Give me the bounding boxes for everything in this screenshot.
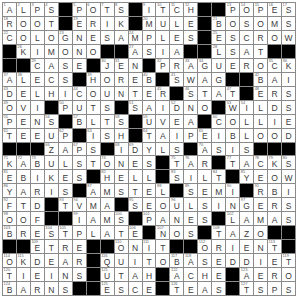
grid-cell-r17c18[interactable]: Z bbox=[240, 226, 253, 239]
grid-cell-r9c18[interactable]: L bbox=[240, 115, 253, 128]
grid-cell-r20c2[interactable]: I bbox=[17, 268, 30, 281]
grid-cell-r9c17[interactable]: O bbox=[226, 115, 239, 128]
grid-cell-r9c8[interactable]: T bbox=[101, 115, 114, 128]
grid-cell-r4c19[interactable]: T bbox=[254, 45, 267, 58]
grid-cell-r20c9[interactable]: T bbox=[115, 268, 128, 281]
grid-cell-r13c11[interactable]: L bbox=[143, 170, 156, 183]
grid-cell-r8c5[interactable]: 50P bbox=[59, 101, 72, 114]
grid-cell-r20c13[interactable]: 122A bbox=[170, 268, 183, 281]
grid-cell-r15c20[interactable]: R bbox=[268, 198, 281, 211]
grid-cell-r19c15[interactable]: S bbox=[198, 254, 211, 267]
grid-cell-r6c7[interactable]: 39H bbox=[87, 73, 100, 86]
grid-cell-r5c8[interactable]: 30J bbox=[101, 59, 114, 72]
grid-cell-r13c13[interactable]: 83S bbox=[170, 170, 183, 183]
grid-cell-r16c9[interactable]: 100S bbox=[115, 212, 128, 225]
grid-cell-r8c8[interactable]: S bbox=[101, 101, 114, 114]
grid-cell-r21c2[interactable]: A bbox=[17, 282, 30, 295]
grid-cell-r20c4[interactable]: I bbox=[45, 268, 58, 281]
grid-cell-r19c18[interactable]: D bbox=[240, 254, 253, 267]
grid-cell-r13c19[interactable]: E bbox=[254, 170, 267, 183]
grid-cell-r20c8[interactable]: 121U bbox=[101, 268, 114, 281]
grid-cell-r6c14[interactable]: W bbox=[184, 73, 197, 86]
grid-cell-r7c10[interactable]: T bbox=[129, 87, 142, 100]
grid-cell-r4c18[interactable]: A bbox=[240, 45, 253, 58]
grid-cell-r12c19[interactable]: 78C bbox=[254, 156, 267, 169]
grid-cell-r2c14[interactable]: E bbox=[184, 17, 197, 30]
grid-cell-r7c15[interactable]: T bbox=[198, 87, 211, 100]
grid-cell-r11c5[interactable]: A bbox=[59, 143, 72, 156]
grid-cell-r11c6[interactable]: 67P bbox=[73, 143, 86, 156]
grid-cell-r10c3[interactable]: E bbox=[31, 129, 44, 142]
grid-cell-r16c2[interactable]: O bbox=[17, 212, 30, 225]
grid-cell-r2c21[interactable]: S bbox=[282, 17, 295, 30]
grid-cell-r5c5[interactable]: S bbox=[59, 59, 72, 72]
grid-cell-r19c1[interactable]: 114O bbox=[3, 254, 16, 267]
grid-cell-r9c21[interactable]: E bbox=[282, 115, 295, 128]
grid-cell-r5c3[interactable]: 29C bbox=[31, 59, 44, 72]
grid-cell-r9c16[interactable]: 60C bbox=[212, 115, 225, 128]
grid-cell-r1c3[interactable]: 3P bbox=[31, 3, 44, 16]
grid-cell-r11c12[interactable]: L bbox=[156, 143, 169, 156]
grid-cell-r9c6[interactable]: 57B bbox=[73, 115, 86, 128]
grid-cell-r15c17[interactable]: N bbox=[226, 198, 239, 211]
grid-cell-r11c7[interactable]: S bbox=[87, 143, 100, 156]
grid-cell-r6c19[interactable]: 42B bbox=[254, 73, 267, 86]
grid-cell-r2c7[interactable]: R bbox=[87, 17, 100, 30]
grid-cell-r3c8[interactable]: S bbox=[101, 31, 114, 44]
grid-cell-r18c3[interactable]: 109E bbox=[31, 240, 44, 253]
grid-cell-r11c9[interactable]: 68I bbox=[115, 143, 128, 156]
grid-cell-r17c12[interactable]: 107N bbox=[156, 226, 169, 239]
grid-cell-r5c6[interactable]: E bbox=[73, 59, 86, 72]
grid-cell-r1c1[interactable]: 1A bbox=[3, 3, 16, 16]
grid-cell-r14c10[interactable]: T bbox=[129, 184, 142, 197]
grid-cell-r12c14[interactable]: 76A bbox=[184, 156, 197, 169]
grid-cell-r20c19[interactable]: E bbox=[254, 268, 267, 281]
grid-cell-r17c6[interactable]: P bbox=[73, 226, 86, 239]
grid-cell-r3c14[interactable]: S bbox=[184, 31, 197, 44]
grid-cell-r6c10[interactable]: E bbox=[129, 73, 142, 86]
grid-cell-r18c20[interactable]: 113T bbox=[268, 240, 281, 253]
grid-cell-r15c1[interactable]: 92F bbox=[3, 198, 16, 211]
grid-cell-r16c7[interactable]: A bbox=[87, 212, 100, 225]
grid-cell-r13c16[interactable]: 84T bbox=[212, 170, 225, 183]
grid-cell-r2c4[interactable]: T bbox=[45, 17, 58, 30]
grid-cell-r21c20[interactable]: P bbox=[268, 282, 281, 295]
grid-cell-r8c19[interactable]: L bbox=[254, 101, 267, 114]
grid-cell-r7c11[interactable]: E bbox=[143, 87, 156, 100]
grid-cell-r7c9[interactable]: N bbox=[115, 87, 128, 100]
grid-cell-r20c1[interactable]: 120T bbox=[3, 268, 16, 281]
grid-cell-r1c6[interactable]: 5P bbox=[73, 3, 86, 16]
grid-cell-r19c6[interactable]: R bbox=[73, 254, 86, 267]
grid-cell-r6c13[interactable]: 41S bbox=[170, 73, 183, 86]
grid-cell-r19c17[interactable]: D bbox=[226, 254, 239, 267]
grid-cell-r21c18[interactable]: 127T bbox=[240, 282, 253, 295]
grid-cell-r12c21[interactable]: 80S bbox=[282, 156, 295, 169]
grid-cell-r11c18[interactable]: S bbox=[240, 143, 253, 156]
grid-cell-r21c9[interactable]: S bbox=[115, 282, 128, 295]
grid-cell-r18c5[interactable]: R bbox=[59, 240, 72, 253]
grid-cell-r15c12[interactable]: O bbox=[156, 198, 169, 211]
grid-cell-r19c13[interactable]: 117B bbox=[170, 254, 183, 267]
grid-cell-r2c13[interactable]: L bbox=[170, 17, 183, 30]
grid-cell-r3c12[interactable]: L bbox=[156, 31, 169, 44]
grid-cell-r7c1[interactable]: 43D bbox=[3, 87, 16, 100]
grid-cell-r8c7[interactable]: T bbox=[87, 101, 100, 114]
grid-cell-r15c11[interactable]: E bbox=[143, 198, 156, 211]
grid-cell-r10c9[interactable]: H bbox=[115, 129, 128, 142]
grid-cell-r7c16[interactable]: A bbox=[212, 87, 225, 100]
grid-cell-r2c8[interactable]: I bbox=[101, 17, 114, 30]
grid-cell-r17c16[interactable]: 108T bbox=[212, 226, 225, 239]
grid-cell-r14c7[interactable]: 87A bbox=[87, 184, 100, 197]
grid-cell-r10c7[interactable]: 63I bbox=[87, 129, 100, 142]
grid-cell-r1c9[interactable]: 8S bbox=[115, 3, 128, 16]
grid-cell-r9c19[interactable]: L bbox=[254, 115, 267, 128]
grid-cell-r3c11[interactable]: P bbox=[143, 31, 156, 44]
grid-cell-r3c18[interactable]: C bbox=[240, 31, 253, 44]
grid-cell-r2c11[interactable]: 20M bbox=[143, 17, 156, 30]
grid-cell-r13c6[interactable]: S bbox=[73, 170, 86, 183]
grid-cell-r20c21[interactable]: O bbox=[282, 268, 295, 281]
grid-cell-r18c10[interactable]: N bbox=[129, 240, 142, 253]
grid-cell-r15c6[interactable]: 94V bbox=[73, 198, 86, 211]
grid-cell-r1c13[interactable]: 11C bbox=[170, 3, 183, 16]
grid-cell-r8c17[interactable]: 53W bbox=[226, 101, 239, 114]
grid-cell-r5c12[interactable]: 32P bbox=[156, 59, 169, 72]
grid-cell-r4c5[interactable]: O bbox=[59, 45, 72, 58]
grid-cell-r8c3[interactable]: I bbox=[31, 101, 44, 114]
grid-cell-r20c10[interactable]: A bbox=[129, 268, 142, 281]
grid-cell-r14c2[interactable]: A bbox=[17, 184, 30, 197]
grid-cell-r16c15[interactable]: S bbox=[198, 212, 211, 225]
grid-cell-r19c5[interactable]: A bbox=[59, 254, 72, 267]
grid-cell-r9c2[interactable]: E bbox=[17, 115, 30, 128]
grid-cell-r15c14[interactable]: L bbox=[184, 198, 197, 211]
grid-cell-r17c3[interactable]: E bbox=[31, 226, 44, 239]
grid-cell-r13c4[interactable]: K bbox=[45, 170, 58, 183]
grid-cell-r12c18[interactable]: A bbox=[240, 156, 253, 169]
grid-cell-r17c10[interactable]: 106E bbox=[129, 226, 142, 239]
grid-cell-r9c20[interactable]: I bbox=[268, 115, 281, 128]
grid-cell-r5c16[interactable]: U bbox=[212, 59, 225, 72]
grid-cell-r7c4[interactable]: H bbox=[45, 87, 58, 100]
grid-cell-r8c6[interactable]: U bbox=[73, 101, 86, 114]
grid-cell-r20c15[interactable]: H bbox=[198, 268, 211, 281]
grid-cell-r10c20[interactable]: O bbox=[268, 129, 281, 142]
grid-cell-r21c16[interactable]: S bbox=[212, 282, 225, 295]
grid-cell-r4c13[interactable]: A bbox=[170, 45, 183, 58]
grid-cell-r21c8[interactable]: 125E bbox=[101, 282, 114, 295]
grid-cell-r6c9[interactable]: R bbox=[115, 73, 128, 86]
grid-cell-r21c1[interactable]: 124B bbox=[3, 282, 16, 295]
grid-cell-r16c11[interactable]: 101P bbox=[143, 212, 156, 225]
grid-cell-r3c19[interactable]: R bbox=[254, 31, 267, 44]
grid-cell-r21c10[interactable]: C bbox=[129, 282, 142, 295]
grid-cell-r9c13[interactable]: E bbox=[170, 115, 183, 128]
grid-cell-r12c11[interactable]: S bbox=[143, 156, 156, 169]
grid-cell-r17c7[interactable]: L bbox=[87, 226, 100, 239]
grid-cell-r21c4[interactable]: N bbox=[45, 282, 58, 295]
grid-cell-r17c8[interactable]: A bbox=[101, 226, 114, 239]
grid-cell-r12c17[interactable]: 77T bbox=[226, 156, 239, 169]
grid-cell-r10c16[interactable]: I bbox=[212, 129, 225, 142]
grid-cell-r3c6[interactable]: N bbox=[73, 31, 86, 44]
grid-cell-r1c21[interactable]: 17S bbox=[282, 3, 295, 16]
grid-cell-r19c4[interactable]: E bbox=[45, 254, 58, 267]
grid-cell-r4c12[interactable]: I bbox=[156, 45, 169, 58]
grid-cell-r10c1[interactable]: 61T bbox=[3, 129, 16, 142]
grid-cell-r14c20[interactable]: B bbox=[268, 184, 281, 197]
grid-cell-r15c16[interactable]: I bbox=[212, 198, 225, 211]
grid-cell-r8c13[interactable]: 52D bbox=[170, 101, 183, 114]
grid-cell-r16c19[interactable]: M bbox=[254, 212, 267, 225]
grid-cell-r16c13[interactable]: N bbox=[170, 212, 183, 225]
grid-cell-r7c19[interactable]: 48E bbox=[254, 87, 267, 100]
grid-cell-r8c12[interactable]: I bbox=[156, 101, 169, 114]
grid-cell-r12c13[interactable]: 75T bbox=[170, 156, 183, 169]
grid-cell-r20c16[interactable]: E bbox=[212, 268, 225, 281]
grid-cell-r13c20[interactable]: O bbox=[268, 170, 281, 183]
grid-cell-r3c16[interactable]: 25E bbox=[212, 31, 225, 44]
grid-cell-r10c11[interactable]: 64T bbox=[143, 129, 156, 142]
grid-cell-r19c21[interactable]: 119T bbox=[282, 254, 295, 267]
grid-cell-r16c1[interactable]: 98O bbox=[3, 212, 16, 225]
grid-cell-r16c20[interactable]: A bbox=[268, 212, 281, 225]
grid-cell-r13c21[interactable]: W bbox=[282, 170, 295, 183]
grid-cell-r10c5[interactable]: 62P bbox=[59, 129, 72, 142]
grid-cell-r10c15[interactable]: 65E bbox=[198, 129, 211, 142]
grid-cell-r3c1[interactable]: 22C bbox=[3, 31, 16, 44]
grid-cell-r19c11[interactable]: T bbox=[143, 254, 156, 267]
grid-cell-r14c17[interactable]: 90I bbox=[226, 184, 239, 197]
grid-cell-r1c7[interactable]: 6O bbox=[87, 3, 100, 16]
grid-cell-r10c18[interactable]: L bbox=[240, 129, 253, 142]
grid-cell-r15c19[interactable]: E bbox=[254, 198, 267, 211]
grid-cell-r6c4[interactable]: C bbox=[45, 73, 58, 86]
grid-cell-r7c5[interactable]: I bbox=[59, 87, 72, 100]
grid-cell-r20c5[interactable]: N bbox=[59, 268, 72, 281]
grid-cell-r14c19[interactable]: 91R bbox=[254, 184, 267, 197]
grid-cell-r21c3[interactable]: R bbox=[31, 282, 44, 295]
grid-cell-r18c11[interactable]: 111I bbox=[143, 240, 156, 253]
grid-cell-r5c15[interactable]: 34G bbox=[198, 59, 211, 72]
grid-cell-r3c5[interactable]: 23G bbox=[59, 31, 72, 44]
grid-cell-r2c20[interactable]: M bbox=[268, 17, 281, 30]
grid-cell-r18c15[interactable]: 112O bbox=[198, 240, 211, 253]
grid-cell-r7c7[interactable]: O bbox=[87, 87, 100, 100]
grid-cell-r16c12[interactable]: A bbox=[156, 212, 169, 225]
grid-cell-r20c20[interactable]: R bbox=[268, 268, 281, 281]
grid-cell-r2c17[interactable]: O bbox=[226, 17, 239, 30]
grid-cell-r4c16[interactable]: 28L bbox=[212, 45, 225, 58]
grid-cell-r2c18[interactable]: S bbox=[240, 17, 253, 30]
grid-cell-r14c9[interactable]: S bbox=[115, 184, 128, 197]
grid-cell-r16c14[interactable]: E bbox=[184, 212, 197, 225]
grid-cell-r7c17[interactable]: 47T bbox=[226, 87, 239, 100]
grid-cell-r12c7[interactable]: T bbox=[87, 156, 100, 169]
grid-cell-r1c18[interactable]: 14O bbox=[240, 3, 253, 16]
grid-cell-r6c15[interactable]: A bbox=[198, 73, 211, 86]
grid-cell-r9c7[interactable]: L bbox=[87, 115, 100, 128]
grid-cell-r15c13[interactable]: 96U bbox=[170, 198, 183, 211]
grid-cell-r21c19[interactable]: S bbox=[254, 282, 267, 295]
grid-cell-r4c7[interactable]: O bbox=[87, 45, 100, 58]
grid-cell-r3c17[interactable]: S bbox=[226, 31, 239, 44]
grid-cell-r11c4[interactable]: 66Z bbox=[45, 143, 58, 156]
grid-cell-r19c14[interactable]: 118A bbox=[184, 254, 197, 267]
grid-cell-r8c10[interactable]: 51S bbox=[129, 101, 142, 114]
grid-cell-r7c21[interactable]: S bbox=[282, 87, 295, 100]
grid-cell-r4c17[interactable]: S bbox=[226, 45, 239, 58]
grid-cell-r1c17[interactable]: 13P bbox=[226, 3, 239, 16]
grid-cell-r13c2[interactable]: B bbox=[17, 170, 30, 183]
grid-cell-r3c3[interactable]: L bbox=[31, 31, 44, 44]
grid-cell-r18c9[interactable]: 110O bbox=[115, 240, 128, 253]
grid-cell-r13c9[interactable]: E bbox=[115, 170, 128, 183]
grid-cell-r10c19[interactable]: O bbox=[254, 129, 267, 142]
grid-cell-r15c8[interactable]: A bbox=[101, 198, 114, 211]
grid-cell-r8c2[interactable]: V bbox=[17, 101, 30, 114]
grid-cell-r12c20[interactable]: 79K bbox=[268, 156, 281, 169]
grid-cell-r11c11[interactable]: Y bbox=[143, 143, 156, 156]
grid-cell-r15c18[interactable]: 97G bbox=[240, 198, 253, 211]
grid-cell-r3c9[interactable]: A bbox=[115, 31, 128, 44]
grid-cell-r8c14[interactable]: N bbox=[184, 101, 197, 114]
grid-cell-r8c15[interactable]: O bbox=[198, 101, 211, 114]
grid-cell-r13c10[interactable]: L bbox=[129, 170, 142, 183]
grid-cell-r5c17[interactable]: E bbox=[226, 59, 239, 72]
grid-cell-r12c15[interactable]: R bbox=[198, 156, 211, 169]
grid-cell-r14c5[interactable]: S bbox=[59, 184, 72, 197]
grid-cell-r6c20[interactable]: A bbox=[268, 73, 281, 86]
grid-cell-r3c4[interactable]: O bbox=[45, 31, 58, 44]
grid-cell-r4c10[interactable]: 27A bbox=[129, 45, 142, 58]
grid-cell-r1c8[interactable]: 7T bbox=[101, 3, 114, 16]
grid-cell-r20c11[interactable]: H bbox=[143, 268, 156, 281]
grid-cell-r2c12[interactable]: U bbox=[156, 17, 169, 30]
grid-cell-r18c19[interactable]: N bbox=[254, 240, 267, 253]
grid-cell-r7c8[interactable]: U bbox=[101, 87, 114, 100]
grid-cell-r12c4[interactable]: U bbox=[45, 156, 58, 169]
grid-cell-r1c2[interactable]: 2L bbox=[17, 3, 30, 16]
grid-cell-r13c5[interactable]: E bbox=[59, 170, 72, 183]
grid-cell-r17c14[interactable]: S bbox=[184, 226, 197, 239]
grid-cell-r10c12[interactable]: A bbox=[156, 129, 169, 142]
grid-cell-r17c17[interactable]: A bbox=[226, 226, 239, 239]
grid-cell-r11c16[interactable]: S bbox=[212, 143, 225, 156]
grid-cell-r1c14[interactable]: 12H bbox=[184, 3, 197, 16]
grid-cell-r16c17[interactable]: 102L bbox=[226, 212, 239, 225]
grid-cell-r17c1[interactable]: 103B bbox=[3, 226, 16, 239]
grid-cell-r5c10[interactable]: N bbox=[129, 59, 142, 72]
grid-cell-r6c5[interactable]: S bbox=[59, 73, 72, 86]
grid-cell-r6c16[interactable]: G bbox=[212, 73, 225, 86]
grid-cell-r21c15[interactable]: A bbox=[198, 282, 211, 295]
grid-cell-r20c3[interactable]: E bbox=[31, 268, 44, 281]
grid-cell-r12c1[interactable]: 71K bbox=[3, 156, 16, 169]
grid-cell-r18c6[interactable]: E bbox=[73, 240, 86, 253]
grid-cell-r10c17[interactable]: B bbox=[226, 129, 239, 142]
grid-cell-r5c20[interactable]: 35C bbox=[268, 59, 281, 72]
grid-cell-r19c10[interactable]: I bbox=[129, 254, 142, 267]
grid-cell-r9c3[interactable]: N bbox=[31, 115, 44, 128]
grid-cell-r17c5[interactable]: 105T bbox=[59, 226, 72, 239]
grid-cell-r13c14[interactable]: I bbox=[184, 170, 197, 183]
grid-cell-r13c15[interactable]: L bbox=[198, 170, 211, 183]
grid-cell-r13c8[interactable]: 82H bbox=[101, 170, 114, 183]
grid-cell-r16c8[interactable]: M bbox=[101, 212, 114, 225]
grid-cell-r18c12[interactable]: T bbox=[156, 240, 169, 253]
grid-cell-r19c8[interactable]: 116Q bbox=[101, 254, 114, 267]
grid-cell-r2c16[interactable]: 21B bbox=[212, 17, 225, 30]
grid-cell-r5c4[interactable]: A bbox=[45, 59, 58, 72]
grid-cell-r12c3[interactable]: 73B bbox=[31, 156, 44, 169]
grid-cell-r19c9[interactable]: U bbox=[115, 254, 128, 267]
grid-cell-r20c6[interactable]: S bbox=[73, 268, 86, 281]
grid-cell-r18c18[interactable]: E bbox=[240, 240, 253, 253]
grid-cell-r6c21[interactable]: I bbox=[282, 73, 295, 86]
grid-cell-r19c12[interactable]: O bbox=[156, 254, 169, 267]
grid-cell-r2c3[interactable]: O bbox=[31, 17, 44, 30]
grid-cell-r3c21[interactable]: W bbox=[282, 31, 295, 44]
grid-cell-r6c2[interactable]: 38L bbox=[17, 73, 30, 86]
grid-cell-r10c4[interactable]: U bbox=[45, 129, 58, 142]
grid-cell-r21c13[interactable]: 126T bbox=[170, 282, 183, 295]
grid-cell-r15c7[interactable]: M bbox=[87, 198, 100, 211]
grid-cell-r3c2[interactable]: O bbox=[17, 31, 30, 44]
grid-cell-r10c13[interactable]: I bbox=[170, 129, 183, 142]
grid-cell-r13c18[interactable]: 85Y bbox=[240, 170, 253, 183]
grid-cell-r3c13[interactable]: E bbox=[170, 31, 183, 44]
grid-cell-r4c2[interactable]: 26K bbox=[17, 45, 30, 58]
grid-cell-r19c3[interactable]: D bbox=[31, 254, 44, 267]
grid-cell-r12c8[interactable]: 74O bbox=[101, 156, 114, 169]
grid-cell-r14c21[interactable]: I bbox=[282, 184, 295, 197]
grid-cell-r14c15[interactable]: E bbox=[198, 184, 211, 197]
grid-cell-r6c8[interactable]: O bbox=[101, 73, 114, 86]
grid-cell-r10c14[interactable]: P bbox=[184, 129, 197, 142]
grid-cell-r14c1[interactable]: 86Y bbox=[3, 184, 16, 197]
grid-cell-r21c21[interactable]: S bbox=[282, 282, 295, 295]
grid-cell-r5c18[interactable]: R bbox=[240, 59, 253, 72]
grid-cell-r1c20[interactable]: 16E bbox=[268, 3, 281, 16]
grid-cell-r14c4[interactable]: I bbox=[45, 184, 58, 197]
grid-cell-r8c20[interactable]: D bbox=[268, 101, 281, 114]
grid-cell-r9c4[interactable]: 56S bbox=[45, 115, 58, 128]
grid-cell-r17c2[interactable]: R bbox=[17, 226, 30, 239]
grid-cell-r5c19[interactable]: O bbox=[254, 59, 267, 72]
grid-cell-r11c13[interactable]: S bbox=[170, 143, 183, 156]
grid-cell-r5c21[interactable]: 36K bbox=[282, 59, 295, 72]
grid-cell-r21c14[interactable]: E bbox=[184, 282, 197, 295]
grid-cell-r2c19[interactable]: O bbox=[254, 17, 267, 30]
grid-cell-r19c19[interactable]: I bbox=[254, 254, 267, 267]
grid-cell-r1c4[interactable]: 4S bbox=[45, 3, 58, 16]
grid-cell-r1c19[interactable]: 15P bbox=[254, 3, 267, 16]
grid-cell-r9c9[interactable]: 58S bbox=[115, 115, 128, 128]
grid-cell-r10c2[interactable]: E bbox=[17, 129, 30, 142]
grid-cell-r10c21[interactable]: D bbox=[282, 129, 295, 142]
grid-cell-r18c17[interactable]: I bbox=[226, 240, 239, 253]
grid-cell-r3c7[interactable]: E bbox=[87, 31, 100, 44]
grid-cell-r14c14[interactable]: 89S bbox=[184, 184, 197, 197]
grid-cell-r13c1[interactable]: 81E bbox=[3, 170, 16, 183]
grid-cell-r13c3[interactable]: I bbox=[31, 170, 44, 183]
grid-cell-r7c14[interactable]: 46S bbox=[184, 87, 197, 100]
grid-cell-r1c12[interactable]: 10T bbox=[156, 3, 169, 16]
